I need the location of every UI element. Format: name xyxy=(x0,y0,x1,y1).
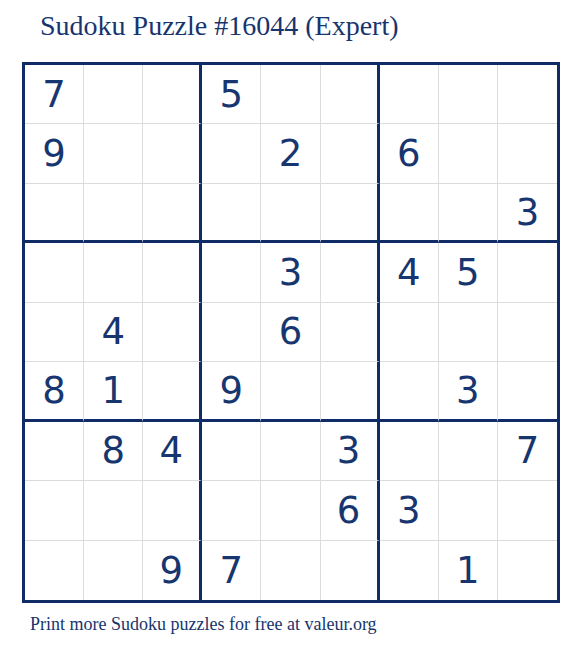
page-title: Sudoku Puzzle #16044 (Expert) xyxy=(40,10,399,42)
cell-r9c8: 1 xyxy=(439,541,498,600)
cell-r9c1 xyxy=(25,541,84,600)
cell-r1c6 xyxy=(321,65,380,124)
cell-r4c7: 4 xyxy=(380,243,439,302)
cell-r6c6 xyxy=(321,362,380,421)
cell-r9c7 xyxy=(380,541,439,600)
cell-r4c9 xyxy=(498,243,557,302)
cell-r1c8 xyxy=(439,65,498,124)
given-digit: 5 xyxy=(456,254,480,291)
cell-r5c3 xyxy=(143,303,202,362)
cell-r6c2: 1 xyxy=(84,362,143,421)
cell-r2c9 xyxy=(498,124,557,183)
given-digit: 5 xyxy=(220,76,244,113)
given-digit: 1 xyxy=(101,372,125,409)
cell-r8c2 xyxy=(84,481,143,540)
given-digit: 2 xyxy=(279,135,303,172)
given-digit: 3 xyxy=(397,492,421,529)
cell-r7c3: 4 xyxy=(143,422,202,481)
cell-r8c7: 3 xyxy=(380,481,439,540)
cell-r6c5 xyxy=(261,362,320,421)
cell-r2c3 xyxy=(143,124,202,183)
given-digit: 9 xyxy=(220,372,244,409)
given-digit: 6 xyxy=(337,492,361,529)
cell-r8c6: 6 xyxy=(321,481,380,540)
cell-r1c7 xyxy=(380,65,439,124)
footer-text: Print more Sudoku puzzles for free at va… xyxy=(30,614,377,635)
given-digit: 8 xyxy=(42,372,66,409)
given-digit: 9 xyxy=(160,552,184,589)
given-digit: 3 xyxy=(456,372,480,409)
given-digit: 3 xyxy=(279,254,303,291)
cell-r3c3 xyxy=(143,184,202,243)
cell-r5c4 xyxy=(202,303,261,362)
given-digit: 7 xyxy=(516,432,540,469)
given-digit: 6 xyxy=(279,313,303,350)
cell-r4c1 xyxy=(25,243,84,302)
cell-r3c1 xyxy=(25,184,84,243)
cell-r2c6 xyxy=(321,124,380,183)
cell-r6c3 xyxy=(143,362,202,421)
cell-r5c2: 4 xyxy=(84,303,143,362)
cell-r2c1: 9 xyxy=(25,124,84,183)
cell-r7c4 xyxy=(202,422,261,481)
cell-r3c2 xyxy=(84,184,143,243)
cell-r8c9 xyxy=(498,481,557,540)
cell-r5c9 xyxy=(498,303,557,362)
given-digit: 3 xyxy=(516,194,540,231)
given-digit: 6 xyxy=(397,135,421,172)
cell-r4c5: 3 xyxy=(261,243,320,302)
cell-r7c6: 3 xyxy=(321,422,380,481)
cell-r9c4: 7 xyxy=(202,541,261,600)
given-digit: 8 xyxy=(101,432,125,469)
cell-r3c4 xyxy=(202,184,261,243)
cell-r9c6 xyxy=(321,541,380,600)
sudoku-page: Sudoku Puzzle #16044 (Expert) 7592633454… xyxy=(0,0,580,651)
cell-r8c8 xyxy=(439,481,498,540)
cell-r3c6 xyxy=(321,184,380,243)
cell-r2c4 xyxy=(202,124,261,183)
given-digit: 7 xyxy=(42,76,66,113)
cell-r5c8 xyxy=(439,303,498,362)
cell-r7c7 xyxy=(380,422,439,481)
cell-r7c9: 7 xyxy=(498,422,557,481)
cell-r8c5 xyxy=(261,481,320,540)
given-digit: 1 xyxy=(456,552,480,589)
cell-r4c6 xyxy=(321,243,380,302)
cell-r3c8 xyxy=(439,184,498,243)
given-digit: 4 xyxy=(397,254,421,291)
cell-r5c5: 6 xyxy=(261,303,320,362)
cell-r1c5 xyxy=(261,65,320,124)
cell-r5c7 xyxy=(380,303,439,362)
sudoku-grid: 759263345468193843763971 xyxy=(22,62,560,603)
cell-r6c4: 9 xyxy=(202,362,261,421)
cell-r8c4 xyxy=(202,481,261,540)
cell-r5c6 xyxy=(321,303,380,362)
cell-r1c3 xyxy=(143,65,202,124)
given-digit: 9 xyxy=(42,135,66,172)
cell-r1c1: 7 xyxy=(25,65,84,124)
cell-r2c7: 6 xyxy=(380,124,439,183)
cell-r4c8: 5 xyxy=(439,243,498,302)
cell-r6c7 xyxy=(380,362,439,421)
cell-r2c5: 2 xyxy=(261,124,320,183)
cell-r6c9 xyxy=(498,362,557,421)
cell-r9c5 xyxy=(261,541,320,600)
cell-r4c4 xyxy=(202,243,261,302)
cell-r3c7 xyxy=(380,184,439,243)
cell-r9c2 xyxy=(84,541,143,600)
cell-r9c3: 9 xyxy=(143,541,202,600)
cell-r4c2 xyxy=(84,243,143,302)
cell-r9c9 xyxy=(498,541,557,600)
cell-r7c1 xyxy=(25,422,84,481)
cell-r3c9: 3 xyxy=(498,184,557,243)
cell-r1c2 xyxy=(84,65,143,124)
given-digit: 3 xyxy=(337,432,361,469)
cell-r8c3 xyxy=(143,481,202,540)
given-digit: 4 xyxy=(160,432,184,469)
cell-r1c4: 5 xyxy=(202,65,261,124)
cell-r7c5 xyxy=(261,422,320,481)
cell-r4c3 xyxy=(143,243,202,302)
cell-r3c5 xyxy=(261,184,320,243)
cell-r2c8 xyxy=(439,124,498,183)
given-digit: 7 xyxy=(220,552,244,589)
given-digit: 4 xyxy=(101,313,125,350)
cell-r1c9 xyxy=(498,65,557,124)
cell-r5c1 xyxy=(25,303,84,362)
cell-r6c1: 8 xyxy=(25,362,84,421)
cell-r7c2: 8 xyxy=(84,422,143,481)
cell-r7c8 xyxy=(439,422,498,481)
cell-r2c2 xyxy=(84,124,143,183)
cell-r8c1 xyxy=(25,481,84,540)
cell-r6c8: 3 xyxy=(439,362,498,421)
